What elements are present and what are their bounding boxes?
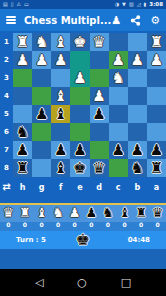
timer: 04:48 (128, 236, 150, 244)
piece-wR: ♜ (150, 35, 163, 50)
captured-piece-icon-wR: ♜ (19, 205, 31, 221)
square-c6[interactable] (109, 123, 128, 141)
file-label-f: f (51, 177, 70, 197)
rank-label-8: 8 (0, 159, 13, 177)
clock-text: 3:08 (149, 0, 163, 9)
square-h5[interactable] (13, 105, 32, 123)
notification-icon-2: ▭ (24, 0, 29, 9)
square-g8[interactable] (32, 159, 51, 177)
file-label-d: d (90, 177, 109, 197)
piece-bN: ♞ (16, 125, 29, 140)
piece-bP: ♟ (131, 143, 144, 158)
square-f1[interactable]: ♝ (51, 33, 70, 51)
square-h1[interactable]: ♜ (13, 33, 32, 51)
square-a5[interactable] (147, 105, 166, 123)
captured-bQ: ♛0 (149, 205, 166, 231)
square-f7[interactable]: ♟ (51, 141, 70, 159)
captured-count: 0 (6, 221, 10, 229)
piece-bR: ♜ (150, 161, 163, 176)
status-bar: ▤ ▯ ⚠ ▭ ◑ ▼ ▨ ◿ ▮ 3:08 (0, 0, 166, 9)
piece-bB: ♝ (54, 161, 67, 176)
piece-bQ: ♛ (92, 161, 105, 176)
square-d7[interactable] (90, 141, 109, 159)
piece-wB: ♝ (54, 89, 67, 104)
square-a1[interactable]: ♜ (147, 33, 166, 51)
captured-bB: ♝0 (116, 205, 133, 231)
square-b1[interactable] (128, 33, 147, 51)
file-label-h: h (13, 177, 32, 197)
square-b7[interactable]: ♟ (128, 141, 147, 159)
menu-icon[interactable] (6, 16, 16, 24)
captured-piece-icon-wB: ♝ (36, 205, 48, 221)
square-d3[interactable] (90, 69, 109, 87)
piece-bP: ♟ (16, 143, 29, 158)
file-label-a: a (147, 177, 166, 197)
app-bar: Chess Multipl... ♟ ⚙ (0, 9, 166, 31)
board-grid: 1♜♞♝♚♛♜2♟♟♟♟♟♟3♟♞4♝♟5♟♝♟6♞7♟♟♟♟♟♟8♜♝♚♛♞♜… (0, 33, 166, 197)
captured-count: 0 (139, 221, 143, 229)
status-left-icons: ▤ ▯ ⚠ ▭ (3, 0, 29, 9)
rank-label-5: 5 (0, 105, 13, 123)
square-g7[interactable] (32, 141, 51, 159)
square-h6[interactable]: ♞ (13, 123, 32, 141)
piece-wP: ♟ (54, 53, 67, 68)
square-g4[interactable] (32, 87, 51, 105)
square-a4[interactable] (147, 87, 166, 105)
recents-icon[interactable]: □ (121, 277, 131, 288)
back-icon[interactable]: ◁ (35, 277, 43, 288)
rank-label-4: 4 (0, 87, 13, 105)
captured-bN: ♞0 (100, 205, 117, 231)
data-saver-icon: ◑ (115, 0, 119, 9)
captured-piece-icon-bR: ♜ (135, 205, 147, 221)
rank-label-2: 2 (0, 51, 13, 69)
phone-screen: ▤ ▯ ⚠ ▭ ◑ ▼ ▨ ◿ ▮ 3:08 Chess Multipl... … (0, 0, 166, 296)
piece-wR: ♜ (16, 35, 29, 50)
piece-wK: ♚ (73, 35, 86, 50)
captured-piece-icon-bN: ♞ (102, 205, 114, 221)
rank-label-1: 1 (0, 33, 13, 51)
square-c1[interactable] (109, 33, 128, 51)
square-e2[interactable] (70, 51, 89, 69)
turn-counter: Turn : 5 (16, 236, 46, 244)
file-label-e: e (70, 177, 89, 197)
square-f5[interactable]: ♝ (51, 105, 70, 123)
captured-piece-icon-bQ: ♛ (152, 205, 164, 221)
captured-wN: ♞0 (50, 205, 67, 231)
square-h4[interactable] (13, 87, 32, 105)
status-right-icons: ◑ ▼ ▨ ◿ ▮ 3:08 (115, 0, 163, 9)
square-f6[interactable] (51, 123, 70, 141)
square-c4[interactable] (109, 87, 128, 105)
signal-r-icon: ▨ (129, 0, 134, 9)
android-nav-bar: ◁ ○ □ (0, 269, 166, 296)
piece-wP: ♟ (16, 53, 29, 68)
piece-wP: ♟ (150, 53, 163, 68)
piece-wN: ♞ (111, 71, 124, 86)
piece-wP: ♟ (131, 53, 144, 68)
captured-piece-icon-wQ: ♛ (2, 205, 14, 221)
captured-wB: ♝0 (33, 205, 50, 231)
captured-count: 0 (89, 221, 93, 229)
square-d4[interactable]: ♟ (90, 87, 109, 105)
square-d2[interactable] (90, 51, 109, 69)
square-e5[interactable] (70, 105, 89, 123)
square-d8[interactable]: ♛ (90, 159, 109, 177)
piece-bR: ♜ (16, 161, 29, 176)
flip-board-icon[interactable]: ⇄ (0, 177, 13, 197)
captured-count: 0 (122, 221, 126, 229)
square-e4[interactable] (70, 87, 89, 105)
captured-bR: ♜0 (133, 205, 150, 231)
share-icon[interactable] (130, 15, 141, 26)
square-b3[interactable] (128, 69, 147, 87)
chess-board: 1♜♞♝♚♛♜2♟♟♟♟♟♟3♟♞4♝♟5♟♝♟6♞7♟♟♟♟♟♟8♜♝♚♛♞♜… (0, 31, 166, 205)
piece-wB: ♝ (54, 35, 67, 50)
captured-count: 0 (156, 221, 160, 229)
square-c2[interactable]: ♟ (109, 51, 128, 69)
square-c8[interactable] (109, 159, 128, 177)
piece-bP: ♟ (73, 143, 86, 158)
square-b6[interactable] (128, 123, 147, 141)
notification-icon-1: ▤ (3, 0, 8, 9)
captured-piece-icon-bB: ♝ (119, 205, 131, 221)
square-f4[interactable]: ♝ (51, 87, 70, 105)
square-g5[interactable]: ♟ (32, 105, 51, 123)
captured-piece-icon-wP: ♟ (69, 205, 81, 221)
rank-label-7: 7 (0, 141, 13, 159)
footer-spacer (0, 249, 166, 269)
captured-wR: ♜0 (17, 205, 34, 231)
captured-count: 0 (106, 221, 110, 229)
captured-piece-icon-wN: ♞ (52, 205, 64, 221)
square-h3[interactable] (13, 69, 32, 87)
piece-wP: ♟ (35, 53, 48, 68)
file-label-c: c (109, 177, 128, 197)
square-c3[interactable]: ♞ (109, 69, 128, 87)
square-g6[interactable] (32, 123, 51, 141)
square-h7[interactable]: ♟ (13, 141, 32, 159)
captured-count: 0 (23, 221, 27, 229)
square-d5[interactable]: ♟ (90, 105, 109, 123)
captured-count: 0 (39, 221, 43, 229)
square-f2[interactable]: ♟ (51, 51, 70, 69)
rank-label-3: 3 (0, 69, 13, 87)
captured-wQ: ♛0 (0, 205, 17, 231)
square-a6[interactable] (147, 123, 166, 141)
square-e1[interactable]: ♚ (70, 33, 89, 51)
rank-label-6: 6 (0, 123, 13, 141)
captured-wP: ♟0 (66, 205, 83, 231)
square-b5[interactable] (128, 105, 147, 123)
chess-piece-icon[interactable]: ♟ (111, 15, 121, 26)
battery-icon: ▮ (144, 0, 147, 9)
piece-bP: ♟ (54, 143, 67, 158)
square-h8[interactable]: ♜ (13, 159, 32, 177)
to-move-king-icon: ♚ (76, 232, 90, 248)
piece-bP: ♟ (111, 143, 124, 158)
square-a7[interactable]: ♟ (147, 141, 166, 159)
piece-wN: ♞ (35, 35, 48, 50)
wifi-icon: ▼ (122, 0, 126, 9)
square-g1[interactable]: ♞ (32, 33, 51, 51)
usb-icon: ▯ (11, 0, 14, 9)
captured-count: 0 (56, 221, 60, 229)
captured-pieces-tray: ♛0♜0♝0♞0♟0♟0♞0♝0♜0♛0 (0, 205, 166, 231)
square-a8[interactable]: ♜ (147, 159, 166, 177)
captured-piece-icon-bP: ♟ (85, 205, 97, 221)
piece-bK: ♚ (73, 161, 86, 176)
piece-bB: ♝ (54, 107, 67, 122)
square-d1[interactable]: ♛ (90, 33, 109, 51)
piece-bP: ♟ (150, 143, 163, 158)
piece-bN: ♞ (131, 161, 144, 176)
square-e6[interactable] (70, 123, 89, 141)
square-f3[interactable] (51, 69, 70, 87)
square-f8[interactable]: ♝ (51, 159, 70, 177)
square-c7[interactable]: ♟ (109, 141, 128, 159)
square-g3[interactable] (32, 69, 51, 87)
file-label-b: b (128, 177, 147, 197)
turn-bar: Turn : 5 ♚ 04:48 (0, 231, 166, 249)
app-title: Chess Multipl... (24, 15, 111, 26)
square-e7[interactable]: ♟ (70, 141, 89, 159)
home-icon[interactable]: ○ (77, 277, 87, 288)
square-d6[interactable] (90, 123, 109, 141)
warning-icon: ⚠ (17, 0, 21, 9)
captured-bP: ♟0 (83, 205, 100, 231)
piece-wQ: ♛ (92, 35, 105, 50)
piece-wP: ♟ (73, 71, 86, 86)
settings-gear-icon[interactable]: ⚙ (150, 15, 160, 26)
piece-wP: ♟ (111, 53, 124, 68)
square-a2[interactable]: ♟ (147, 51, 166, 69)
square-b4[interactable] (128, 87, 147, 105)
square-e8[interactable]: ♚ (70, 159, 89, 177)
piece-wP: ♟ (92, 89, 105, 104)
signal-empty-icon: ◿ (137, 0, 141, 9)
square-c5[interactable] (109, 105, 128, 123)
square-h2[interactable]: ♟ (13, 51, 32, 69)
square-a3[interactable] (147, 69, 166, 87)
file-label-g: g (32, 177, 51, 197)
captured-count: 0 (73, 221, 77, 229)
square-b2[interactable]: ♟ (128, 51, 147, 69)
piece-bP: ♟ (35, 107, 48, 122)
square-g2[interactable]: ♟ (32, 51, 51, 69)
square-e3[interactable]: ♟ (70, 69, 89, 87)
piece-bP: ♟ (92, 107, 105, 122)
square-b8[interactable]: ♞ (128, 159, 147, 177)
